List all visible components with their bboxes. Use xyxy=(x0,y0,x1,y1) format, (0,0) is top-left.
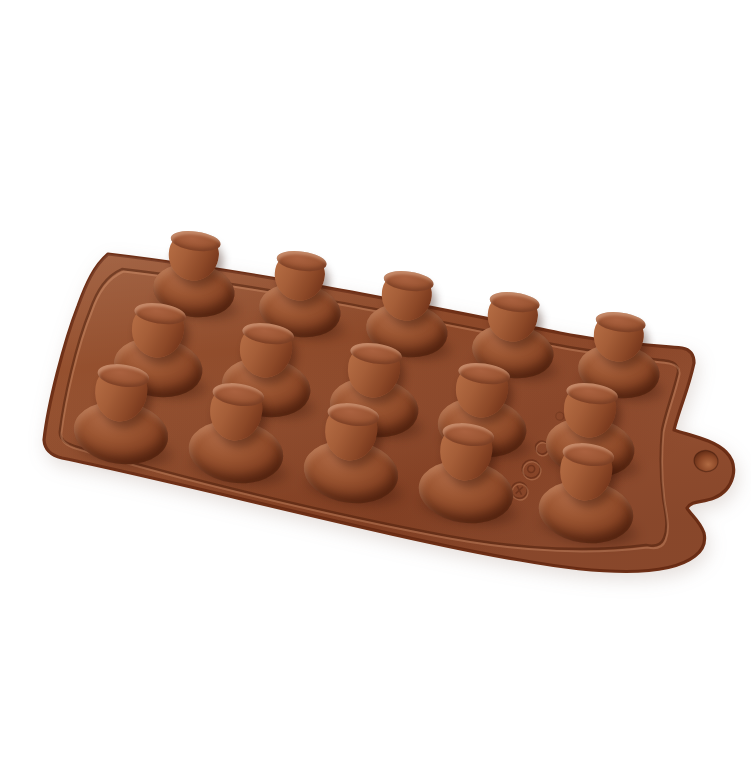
mold-cavity-r3c4 xyxy=(414,418,522,529)
product-photo xyxy=(0,0,751,768)
mold-cavity-r3c1 xyxy=(69,359,177,470)
mold-cavity-r3c5 xyxy=(534,438,642,549)
mold-cavity-r3c3 xyxy=(299,398,407,509)
cavity-grid xyxy=(0,0,751,768)
mold-cavity-r3c2 xyxy=(184,378,292,489)
